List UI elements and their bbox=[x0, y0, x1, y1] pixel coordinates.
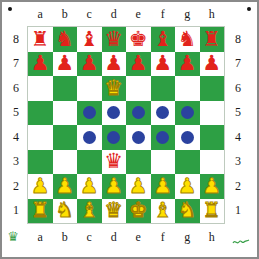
yellow-rook-a1: ♜ bbox=[31, 200, 50, 221]
rank-label-6: 6 bbox=[235, 81, 241, 96]
square-g8[interactable]: ♞ bbox=[175, 27, 200, 52]
rank-label-3: 3 bbox=[13, 154, 19, 169]
red-pawn-f7: ♟ bbox=[153, 53, 172, 74]
square-f2[interactable]: ♟ bbox=[151, 174, 176, 199]
rank-label-7: 7 bbox=[235, 56, 241, 71]
square-b7[interactable]: ♟ bbox=[53, 52, 78, 77]
square-a6[interactable] bbox=[28, 76, 53, 101]
square-e6[interactable] bbox=[126, 76, 151, 101]
yellow-pawn-h2: ♟ bbox=[202, 176, 221, 197]
square-g7[interactable]: ♟ bbox=[175, 52, 200, 77]
yellow-pawn-g2: ♟ bbox=[178, 176, 197, 197]
square-b2[interactable]: ♟ bbox=[53, 174, 78, 199]
square-b1[interactable]: ♞ bbox=[53, 199, 78, 224]
square-c2[interactable]: ♟ bbox=[77, 174, 102, 199]
rank-label-8: 8 bbox=[13, 32, 19, 47]
square-e1[interactable]: ♚ bbox=[126, 199, 151, 224]
red-knight-b8: ♞ bbox=[55, 29, 74, 50]
square-d6[interactable]: ♛ bbox=[102, 76, 127, 101]
square-a7[interactable]: ♟ bbox=[28, 52, 53, 77]
yellow-queen-d1: ♛ bbox=[104, 200, 123, 221]
yellow-bishop-c1: ♝ bbox=[80, 200, 99, 221]
square-d4[interactable] bbox=[102, 125, 127, 150]
red-pawn-e7: ♟ bbox=[129, 53, 148, 74]
square-a2[interactable]: ♟ bbox=[28, 174, 53, 199]
green-queen-icon: ♛ bbox=[5, 229, 21, 245]
square-h8[interactable]: ♜ bbox=[200, 27, 225, 52]
square-e4[interactable] bbox=[126, 125, 151, 150]
square-h1[interactable]: ♜ bbox=[200, 199, 225, 224]
file-label-a: a bbox=[28, 228, 53, 246]
yellow-bishop-f1: ♝ bbox=[153, 200, 172, 221]
file-label-d: d bbox=[102, 5, 127, 23]
yellow-pawn-e2: ♟ bbox=[129, 176, 148, 197]
square-a3[interactable] bbox=[28, 150, 53, 175]
red-pawn-h7: ♟ bbox=[202, 53, 221, 74]
square-b3[interactable] bbox=[53, 150, 78, 175]
red-knight-g8: ♞ bbox=[178, 29, 197, 50]
square-h6[interactable] bbox=[200, 76, 225, 101]
red-queen-d3: ♛ bbox=[104, 151, 123, 172]
square-b4[interactable] bbox=[53, 125, 78, 150]
square-e5[interactable] bbox=[126, 101, 151, 126]
file-labels-bottom: abcdefgh bbox=[28, 228, 224, 246]
square-a1[interactable]: ♜ bbox=[28, 199, 53, 224]
mount-pin-top-right-icon bbox=[247, 7, 251, 11]
file-label-h: h bbox=[200, 228, 225, 246]
square-c1[interactable]: ♝ bbox=[77, 199, 102, 224]
yellow-king-e1: ♚ bbox=[129, 200, 148, 221]
rank-label-1: 1 bbox=[13, 203, 19, 218]
red-pawn-g7: ♟ bbox=[178, 53, 197, 74]
square-b5[interactable] bbox=[53, 101, 78, 126]
square-h4[interactable] bbox=[200, 125, 225, 150]
file-label-b: b bbox=[53, 5, 78, 23]
file-label-f: f bbox=[151, 5, 176, 23]
file-label-c: c bbox=[77, 5, 102, 23]
file-label-g: g bbox=[175, 228, 200, 246]
file-label-b: b bbox=[53, 228, 78, 246]
rank-label-2: 2 bbox=[235, 179, 241, 194]
red-queen-d8: ♛ bbox=[104, 29, 123, 50]
square-c3[interactable] bbox=[77, 150, 102, 175]
square-g6[interactable] bbox=[175, 76, 200, 101]
yellow-pawn-f2: ♟ bbox=[153, 176, 172, 197]
move-marker-dot-f5 bbox=[156, 106, 169, 119]
square-e8[interactable]: ♚ bbox=[126, 27, 151, 52]
square-f4[interactable] bbox=[151, 125, 176, 150]
square-h5[interactable] bbox=[200, 101, 225, 126]
square-h2[interactable]: ♟ bbox=[200, 174, 225, 199]
yellow-rook-h1: ♜ bbox=[202, 200, 221, 221]
mount-pin-top-left-icon bbox=[8, 7, 12, 11]
red-pawn-d7: ♟ bbox=[104, 53, 123, 74]
square-a8[interactable]: ♜ bbox=[28, 27, 53, 52]
file-label-f: f bbox=[151, 228, 176, 246]
square-d5[interactable] bbox=[102, 101, 127, 126]
move-marker-dot-g5 bbox=[181, 106, 194, 119]
square-d2[interactable]: ♟ bbox=[102, 174, 127, 199]
move-marker-dot-d4 bbox=[107, 131, 120, 144]
move-marker-dot-e4 bbox=[132, 131, 145, 144]
square-c6[interactable] bbox=[77, 76, 102, 101]
square-c7[interactable]: ♟ bbox=[77, 52, 102, 77]
yellow-pawn-c2: ♟ bbox=[80, 176, 99, 197]
rank-label-2: 2 bbox=[13, 179, 19, 194]
red-bishop-f8: ♝ bbox=[153, 29, 172, 50]
move-marker-dot-g4 bbox=[181, 131, 194, 144]
square-f3[interactable] bbox=[151, 150, 176, 175]
square-h3[interactable] bbox=[200, 150, 225, 175]
rank-label-6: 6 bbox=[13, 81, 19, 96]
square-c8[interactable]: ♝ bbox=[77, 27, 102, 52]
square-d3[interactable]: ♛ bbox=[102, 150, 127, 175]
red-rook-h8: ♜ bbox=[202, 29, 221, 50]
file-labels-top: abcdefgh bbox=[28, 5, 224, 23]
rank-label-4: 4 bbox=[13, 130, 19, 145]
square-b6[interactable] bbox=[53, 76, 78, 101]
rank-label-5: 5 bbox=[235, 105, 241, 120]
red-pawn-c7: ♟ bbox=[80, 53, 99, 74]
square-e7[interactable]: ♟ bbox=[126, 52, 151, 77]
demonstration-chessboard: abcdefgh 87654321 87654321 abcdefgh ♜♞♝♛… bbox=[0, 0, 259, 259]
rank-label-1: 1 bbox=[235, 203, 241, 218]
red-king-e8: ♚ bbox=[129, 29, 148, 50]
square-h7[interactable]: ♟ bbox=[200, 52, 225, 77]
rank-label-4: 4 bbox=[235, 130, 241, 145]
move-marker-dot-d5 bbox=[107, 106, 120, 119]
square-e2[interactable]: ♟ bbox=[126, 174, 151, 199]
square-g4[interactable] bbox=[175, 125, 200, 150]
square-a4[interactable] bbox=[28, 125, 53, 150]
square-c5[interactable] bbox=[77, 101, 102, 126]
square-f6[interactable] bbox=[151, 76, 176, 101]
square-d1[interactable]: ♛ bbox=[102, 199, 127, 224]
yellow-knight-g1: ♞ bbox=[178, 200, 197, 221]
square-d7[interactable]: ♟ bbox=[102, 52, 127, 77]
yellow-knight-b1: ♞ bbox=[55, 200, 74, 221]
rank-label-3: 3 bbox=[235, 154, 241, 169]
file-label-a: a bbox=[28, 5, 53, 23]
file-label-h: h bbox=[200, 5, 225, 23]
square-e3[interactable] bbox=[126, 150, 151, 175]
red-pawn-a7: ♟ bbox=[31, 53, 50, 74]
square-c4[interactable] bbox=[77, 125, 102, 150]
square-g2[interactable]: ♟ bbox=[175, 174, 200, 199]
rank-labels-right: 87654321 bbox=[229, 27, 247, 223]
square-f7[interactable]: ♟ bbox=[151, 52, 176, 77]
rank-label-8: 8 bbox=[235, 32, 241, 47]
chessboard-grid: ♜♞♝♛♚♝♞♜♟♟♟♟♟♟♟♟♛♛♟♟♟♟♟♟♟♟♜♞♝♛♚♝♞♜ bbox=[28, 27, 224, 223]
file-label-e: e bbox=[126, 5, 151, 23]
square-d8[interactable]: ♛ bbox=[102, 27, 127, 52]
square-f5[interactable] bbox=[151, 101, 176, 126]
move-marker-dot-c4 bbox=[83, 131, 96, 144]
red-rook-a8: ♜ bbox=[31, 29, 50, 50]
move-marker-dot-f4 bbox=[156, 131, 169, 144]
rank-label-7: 7 bbox=[13, 56, 19, 71]
yellow-queen-d6: ♛ bbox=[104, 78, 123, 99]
square-f1[interactable]: ♝ bbox=[151, 199, 176, 224]
square-g3[interactable] bbox=[175, 150, 200, 175]
square-f8[interactable]: ♝ bbox=[151, 27, 176, 52]
rank-labels-left: 87654321 bbox=[7, 27, 25, 223]
square-g5[interactable] bbox=[175, 101, 200, 126]
brand-logo-squiggle bbox=[232, 238, 250, 246]
yellow-pawn-d2: ♟ bbox=[104, 176, 123, 197]
file-label-d: d bbox=[102, 228, 127, 246]
red-bishop-c8: ♝ bbox=[80, 29, 99, 50]
file-label-e: e bbox=[126, 228, 151, 246]
yellow-pawn-a2: ♟ bbox=[31, 176, 50, 197]
yellow-pawn-b2: ♟ bbox=[55, 176, 74, 197]
file-label-g: g bbox=[175, 5, 200, 23]
move-marker-dot-c5 bbox=[83, 106, 96, 119]
red-pawn-b7: ♟ bbox=[55, 53, 74, 74]
file-label-c: c bbox=[77, 228, 102, 246]
square-b8[interactable]: ♞ bbox=[53, 27, 78, 52]
square-a5[interactable] bbox=[28, 101, 53, 126]
rank-label-5: 5 bbox=[13, 105, 19, 120]
square-g1[interactable]: ♞ bbox=[175, 199, 200, 224]
move-marker-dot-e5 bbox=[132, 106, 145, 119]
